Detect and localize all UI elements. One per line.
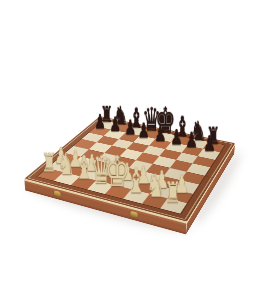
brass-clasp-left-icon [54, 190, 61, 197]
chess-board: ♜♞♝♛♚♝♞♜♟♟♟♟♟♟♟♟♟♟♟♟♟♟♟♟♜♞♝♛♚♝♞♜ [24, 116, 235, 222]
product-photo: ♜♞♝♛♚♝♞♜♟♟♟♟♟♟♟♟♟♟♟♟♟♟♟♟♜♞♝♛♚♝♞♜ [0, 0, 254, 308]
chess-set-scene: ♜♞♝♛♚♝♞♜♟♟♟♟♟♟♟♟♟♟♟♟♟♟♟♟♜♞♝♛♚♝♞♜ [56, 80, 216, 240]
piece-white-rook: ♜ [160, 157, 186, 205]
brass-clasp-right-icon [130, 211, 138, 219]
